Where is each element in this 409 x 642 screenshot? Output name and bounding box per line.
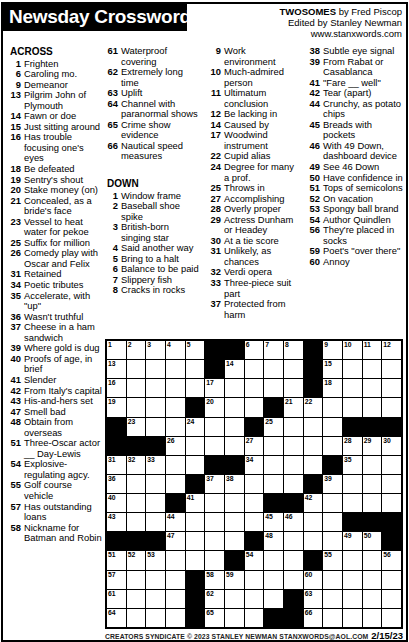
grid-cell-r13c1[interactable]: 57 (107, 571, 126, 589)
grid-cell-r12c2[interactable]: 52 (127, 551, 146, 569)
grid-cell-r9c8[interactable] (245, 494, 264, 512)
clue-text: Slippery fish (121, 274, 172, 285)
grid-cell-r5c7[interactable] (225, 418, 244, 436)
grid-cell-r3c12[interactable]: 18 (323, 379, 342, 397)
black-square-r12c7 (225, 551, 244, 569)
grid-cell-r1c9[interactable]: 7 (264, 341, 283, 359)
grid-cell-r7c4[interactable] (166, 456, 185, 474)
cell-number: 9 (324, 341, 328, 349)
grid-cell-r8c12[interactable]: 39 (323, 475, 342, 493)
grid-cell-r5c3[interactable] (146, 418, 165, 436)
grid-cell-r14c9[interactable] (264, 590, 283, 608)
clue-text: Unlikely, as chances (224, 245, 271, 267)
grid-cell-r13c13[interactable] (343, 571, 362, 589)
grid-cell-r6c14[interactable]: 29 (363, 437, 382, 455)
grid-cell-r11c14[interactable]: 50 (363, 532, 382, 550)
grid-cell-r8c13[interactable] (343, 475, 362, 493)
clue-down-3: 3British-born singing star (104, 222, 201, 243)
crossword-grid: 1234567891011121314151617181920212223242… (105, 339, 403, 629)
black-square-r1c7 (225, 341, 244, 359)
clue-number: 37 (207, 299, 221, 310)
clue-down-11: 11Ultimatum conclusion (207, 88, 297, 109)
grid-cell-r7c3[interactable]: 33 (146, 456, 165, 474)
clue-number: 2 (104, 201, 118, 212)
grid-cell-r14c3[interactable] (146, 590, 165, 608)
clue-text: Verdi opera (224, 266, 272, 277)
clue-text: Annoy (323, 256, 350, 267)
clue-number: 55 (7, 480, 21, 491)
grid-cell-r4c13[interactable] (343, 398, 362, 416)
clue-text: His-and-hers set (24, 395, 93, 406)
grid-cell-r13c6[interactable]: 58 (205, 571, 224, 589)
grid-cell-r4c6[interactable]: 20 (205, 398, 224, 416)
grid-cell-r14c4[interactable] (166, 590, 185, 608)
grid-cell-r5c2[interactable]: 23 (127, 418, 146, 436)
grid-cell-r7c13[interactable]: 35 (343, 456, 362, 474)
grid-cell-r1c14[interactable]: 11 (363, 341, 382, 359)
black-square-r6c2 (127, 437, 146, 455)
grid-cell-r2c3[interactable] (146, 360, 165, 378)
cell-number: 36 (108, 475, 116, 483)
grid-cell-r1c2[interactable]: 2 (127, 341, 146, 359)
grid-cell-r12c13[interactable] (343, 551, 362, 569)
clue-text: Slender (24, 374, 56, 385)
grid-cell-r8c15[interactable] (382, 475, 401, 493)
grid-cell-r9c7[interactable] (225, 494, 244, 512)
grid-cell-r9c3[interactable] (146, 494, 165, 512)
grid-cell-r9c14[interactable] (363, 494, 382, 512)
grid-cell-r9c13[interactable] (343, 494, 362, 512)
grid-cell-r11c9[interactable]: 48 (264, 532, 283, 550)
grid-cell-r3c13[interactable] (343, 379, 362, 397)
grid-cell-r9c1[interactable]: 40 (107, 494, 126, 512)
grid-cell-r6c10[interactable] (284, 437, 303, 455)
clue-down-33: 33Three-piece suit part (207, 278, 297, 299)
grid-cell-r15c14[interactable] (363, 609, 382, 627)
clue-number: 26 (7, 248, 21, 259)
grid-cell-r5c4[interactable] (166, 418, 185, 436)
black-square-r5c1 (107, 418, 126, 436)
grid-cell-r3c10[interactable] (284, 379, 303, 397)
grid-cell-r12c1[interactable]: 51 (107, 551, 126, 569)
grid-cell-r2c2[interactable] (127, 360, 146, 378)
grid-cell-r14c1[interactable]: 61 (107, 590, 126, 608)
grid-cell-r15c3[interactable] (146, 609, 165, 627)
clue-number: 41 (7, 375, 21, 386)
black-square-r12c11 (304, 551, 323, 569)
black-square-r15c5 (186, 609, 205, 627)
grid-cell-r15c13[interactable] (343, 609, 362, 627)
grid-cell-r3c9[interactable] (264, 379, 283, 397)
cell-number: 57 (108, 571, 116, 579)
grid-cell-r8c3[interactable] (146, 475, 165, 493)
grid-cell-r14c12[interactable] (323, 590, 342, 608)
grid-cell-r11c5[interactable] (186, 532, 205, 550)
clue-text: Where gold is dug (24, 342, 100, 353)
grid-cell-r1c4[interactable]: 4 (166, 341, 185, 359)
grid-cell-r2c1[interactable]: 13 (107, 360, 126, 378)
grid-cell-r9c5[interactable]: 41 (186, 494, 205, 512)
clue-text: They're placed in socks (323, 224, 394, 246)
grid-cell-r7c9[interactable] (264, 456, 283, 474)
clue-number: 51 (7, 438, 21, 449)
grid-cell-r10c2[interactable] (127, 513, 146, 531)
grid-cell-r3c3[interactable] (146, 379, 165, 397)
grid-cell-r8c6[interactable]: 37 (205, 475, 224, 493)
black-square-r15c9 (264, 609, 283, 627)
grid-cell-r7c5[interactable] (186, 456, 205, 474)
grid-cell-r2c14[interactable] (363, 360, 382, 378)
clue-text: With 49 Down, dashboard device (323, 140, 397, 162)
grid-cell-r3c7[interactable] (225, 379, 244, 397)
grid-cell-r8c10[interactable] (284, 475, 303, 493)
grid-cell-r13c14[interactable] (363, 571, 382, 589)
grid-cell-r7c11[interactable] (304, 456, 323, 474)
grid-cell-r9c11[interactable]: 42 (304, 494, 323, 512)
grid-cell-r4c2[interactable] (127, 398, 146, 416)
cell-number: 61 (108, 590, 116, 598)
grid-cell-r14c8[interactable] (245, 590, 264, 608)
grid-cell-r4c1[interactable]: 19 (107, 398, 126, 416)
grid-cell-r10c9[interactable]: 45 (264, 513, 283, 531)
black-square-r15c10 (284, 609, 303, 627)
grid-cell-r4c11[interactable]: 22 (304, 398, 323, 416)
grid-cell-r11c6[interactable] (205, 532, 224, 550)
newsday-crossword-page: Newsday Crossword TWOSOMES by Fred Pisco… (0, 0, 409, 642)
grid-cell-r11c7[interactable] (225, 532, 244, 550)
grid-cell-r11c4[interactable]: 47 (166, 532, 185, 550)
grid-cell-r8c1[interactable]: 36 (107, 475, 126, 493)
cell-number: 58 (206, 571, 214, 579)
grid-cell-r10c11[interactable] (304, 513, 323, 531)
clue-down-9: 9Work environment (207, 46, 297, 67)
clue-text: Wasn't truthful (24, 311, 83, 322)
grid-cell-r8c2[interactable] (127, 475, 146, 493)
grid-cell-r12c9[interactable] (264, 551, 283, 569)
grid-cell-r9c2[interactable] (127, 494, 146, 512)
grid-cell-r10c3[interactable] (146, 513, 165, 531)
clue-number: 34 (7, 280, 21, 291)
grid-cell-r10c7[interactable] (225, 513, 244, 531)
grid-cell-r4c14[interactable] (363, 398, 382, 416)
clue-across-35: 35Accelerate, with "up" (7, 291, 103, 312)
grid-cell-r15c12[interactable] (323, 609, 342, 627)
clue-across-40: 40Proofs of age, in brief (7, 354, 103, 375)
cell-number: 25 (265, 418, 273, 426)
grid-cell-r1c3[interactable]: 3 (146, 341, 165, 359)
grid-cell-r6c9[interactable] (264, 437, 283, 455)
grid-cell-r9c15[interactable] (382, 494, 401, 512)
clue-text: Breads with pockets (323, 119, 372, 141)
grid-cell-r10c8[interactable] (245, 513, 264, 531)
black-square-r2c11 (304, 360, 323, 378)
grid-cell-r1c8[interactable]: 6 (245, 341, 264, 359)
clue-number: 33 (207, 278, 221, 289)
grid-cell-r1c1[interactable]: 1 (107, 341, 126, 359)
cell-number: 40 (108, 494, 116, 502)
grid-cell-r4c10[interactable]: 21 (284, 398, 303, 416)
clue-across-65: 65Crime show evidence (104, 120, 201, 141)
grid-cell-r5c12[interactable] (323, 418, 342, 436)
grid-cell-r12c14[interactable] (363, 551, 382, 569)
grid-cell-r15c11[interactable]: 66 (304, 609, 323, 627)
grid-cell-r10c10[interactable]: 46 (284, 513, 303, 531)
grid-cell-r9c6[interactable] (205, 494, 224, 512)
grid-cell-r2c9[interactable] (264, 360, 283, 378)
grid-cell-r11c12[interactable] (323, 532, 342, 550)
grid-cell-r13c10[interactable] (284, 571, 303, 589)
grid-cell-r15c15[interactable] (382, 609, 401, 627)
grid-cell-r6c4[interactable]: 26 (166, 437, 185, 455)
grid-cell-r1c5[interactable]: 5 (186, 341, 205, 359)
grid-cell-r7c10[interactable] (284, 456, 303, 474)
byline-author: by Fred Piscop (336, 6, 402, 17)
grid-cell-r11c11[interactable] (304, 532, 323, 550)
grid-cell-r14c2[interactable] (127, 590, 146, 608)
clue-across-64: 64Channel with paranormal shows (104, 99, 201, 120)
black-square-r6c1 (107, 437, 126, 455)
black-square-r11c15 (382, 532, 401, 550)
grid-cell-r13c11[interactable]: 60 (304, 571, 323, 589)
grid-cell-r13c2[interactable] (127, 571, 146, 589)
cell-number: 22 (305, 398, 313, 406)
grid-cell-r12c5[interactable] (186, 551, 205, 569)
grid-cell-r6c8[interactable]: 27 (245, 437, 264, 455)
cell-number: 15 (324, 360, 332, 368)
black-square-r5c14 (363, 418, 382, 436)
black-square-r6c3 (146, 437, 165, 455)
grid-cell-r5c9[interactable]: 25 (264, 418, 283, 436)
grid-cell-r7c15[interactable] (382, 456, 401, 474)
grid-cell-r14c13[interactable] (343, 590, 362, 608)
clue-text: Ultimatum conclusion (224, 87, 268, 109)
clue-text: Retained (24, 268, 62, 279)
grid-cell-r3c4[interactable] (166, 379, 185, 397)
cell-number: 27 (246, 437, 254, 445)
grid-cell-r4c3[interactable] (146, 398, 165, 416)
grid-cell-r3c14[interactable] (363, 379, 382, 397)
black-square-r10c15 (382, 513, 401, 531)
clue-text: Pilgrim John of Plymouth (24, 89, 86, 111)
footer: CREATORS SYNDICATE © 2023 STANLEY NEWMAN… (105, 630, 403, 641)
cell-number: 46 (285, 513, 293, 521)
cell-number: 60 (305, 571, 313, 579)
grid-cell-r6c11[interactable] (304, 437, 323, 455)
grid-cell-r6c13[interactable]: 28 (343, 437, 362, 455)
grid-cell-r12c8[interactable]: 54 (245, 551, 264, 569)
grid-cell-r7c14[interactable] (363, 456, 382, 474)
grid-cell-r2c8[interactable] (245, 360, 264, 378)
editor-line: Edited by Stanley Newman (280, 18, 402, 29)
clue-text: Much-admired person (224, 66, 284, 88)
clue-text: Caroling mo. (24, 68, 77, 79)
cell-number: 55 (324, 551, 332, 559)
black-square-r3c11 (304, 379, 323, 397)
clue-down-31: 31Unlikely, as chances (207, 246, 297, 267)
grid-cell-r4c7[interactable] (225, 398, 244, 416)
grid-cell-r14c6[interactable]: 62 (205, 590, 224, 608)
grid-cell-r3c8[interactable] (245, 379, 264, 397)
grid-cell-r6c15[interactable]: 30 (382, 437, 401, 455)
grid-cell-r3c1[interactable]: 16 (107, 379, 126, 397)
grid-cell-r12c10[interactable] (284, 551, 303, 569)
grid-cell-r13c15[interactable] (382, 571, 401, 589)
grid-cell-r6c7[interactable] (225, 437, 244, 455)
grid-cell-r6c5[interactable] (186, 437, 205, 455)
grid-cell-r1c15[interactable]: 12 (382, 341, 401, 359)
grid-cell-r1c12[interactable]: 9 (323, 341, 342, 359)
clue-down-44: 44Crunchy, as potato chips (306, 99, 403, 120)
grid-cell-r15c7[interactable] (225, 609, 244, 627)
grid-cell-r15c1[interactable]: 64 (107, 609, 126, 627)
copyright-line: CREATORS SYNDICATE © 2023 STANLEY NEWMAN… (105, 633, 368, 640)
cell-number: 51 (108, 551, 116, 559)
grid-cell-r2c12[interactable]: 15 (323, 360, 342, 378)
clue-text: Accomplishing (224, 193, 284, 204)
black-square-r9c4 (166, 494, 185, 512)
cell-number: 63 (305, 590, 313, 598)
cell-number: 45 (265, 513, 273, 521)
clue-across-66: 66Nautical speed measures (104, 141, 201, 162)
grid-cell-r5c10[interactable] (284, 418, 303, 436)
clue-number: 16 (7, 132, 21, 143)
clue-number: 21 (7, 196, 21, 207)
grid-cell-r12c15[interactable]: 56 (382, 551, 401, 569)
cell-number: 28 (344, 437, 352, 445)
puzzle-name: TWOSOMES (280, 6, 336, 17)
grid-cell-r8c9[interactable] (264, 475, 283, 493)
cell-number: 35 (344, 456, 352, 464)
black-square-r2c6 (205, 360, 224, 378)
grid-cell-r1c10[interactable]: 8 (284, 341, 303, 359)
grid-cell-r12c4[interactable] (166, 551, 185, 569)
clue-text: Balance to be paid (121, 263, 199, 274)
cell-number: 49 (344, 532, 352, 540)
clue-number: 35 (7, 291, 21, 302)
grid-cell-r15c2[interactable] (127, 609, 146, 627)
clue-text: Tear (apart) (323, 87, 371, 98)
grid-cell-r5c11[interactable] (304, 418, 323, 436)
grid-cell-r12c6[interactable] (205, 551, 224, 569)
grid-cell-r7c8[interactable]: 34 (245, 456, 264, 474)
grid-cell-r10c12[interactable] (323, 513, 342, 531)
clue-text: Just sitting around (24, 121, 100, 132)
grid-cell-r10c4[interactable]: 44 (166, 513, 185, 531)
grid-cell-r11c13[interactable]: 49 (343, 532, 362, 550)
grid-cell-r14c11[interactable]: 63 (304, 590, 323, 608)
grid-cell-r4c8[interactable] (245, 398, 264, 416)
grid-cell-r13c12[interactable] (323, 571, 342, 589)
clue-across-54: 54Explosive-regulating agcy. (7, 459, 103, 480)
grid-cell-r13c7[interactable]: 59 (225, 571, 244, 589)
grid-cell-r14c15[interactable] (382, 590, 401, 608)
clue-text: Actress Dunham or Headey (224, 214, 293, 236)
clue-number: 9 (207, 46, 221, 57)
across-heading: ACROSS (10, 47, 103, 58)
grid-cell-r15c8[interactable] (245, 609, 264, 627)
grid-cell-r4c4[interactable] (166, 398, 185, 416)
grid-cell-r5c6[interactable] (205, 418, 224, 436)
clue-column-down-end: 38Subtle eye signal39From Rabat or Casab… (306, 46, 403, 267)
clue-text: Window frame (121, 190, 181, 201)
cell-number: 62 (206, 590, 214, 598)
cell-number: 42 (305, 494, 313, 502)
grid-cell-r15c6[interactable]: 65 (205, 609, 224, 627)
grid-cell-r10c6[interactable] (205, 513, 224, 531)
cell-number: 31 (108, 456, 116, 464)
grid-cell-r8c8[interactable] (245, 475, 264, 493)
grid-cell-r11c10[interactable] (284, 532, 303, 550)
grid-cell-r8c14[interactable] (363, 475, 382, 493)
grid-cell-r13c9[interactable] (264, 571, 283, 589)
grid-cell-r2c10[interactable] (284, 360, 303, 378)
grid-cell-r4c12[interactable] (323, 398, 342, 416)
grid-cell-r13c4[interactable] (166, 571, 185, 589)
clue-text: Bring to a halt (121, 253, 179, 264)
grid-cell-r6c12[interactable] (323, 437, 342, 455)
grid-cell-r2c13[interactable] (343, 360, 362, 378)
black-square-r11c1 (107, 532, 126, 550)
cell-number: 64 (108, 609, 116, 617)
grid-cell-r14c7[interactable] (225, 590, 244, 608)
clue-text: Sentry's shout (24, 174, 83, 185)
grid-cell-r3c6[interactable]: 17 (205, 379, 224, 397)
clue-text: Poetic tributes (24, 279, 83, 290)
grid-cell-r8c7[interactable]: 38 (225, 475, 244, 493)
grid-cell-r10c1[interactable]: 43 (107, 513, 126, 531)
grid-cell-r7c1[interactable]: 31 (107, 456, 126, 474)
grid-cell-r9c12[interactable] (323, 494, 342, 512)
clue-across-26: 26Comedy play with Oscar and Felix (7, 248, 103, 269)
grid-cell-r5c5[interactable]: 24 (186, 418, 205, 436)
grid-cell-r1c13[interactable]: 10 (343, 341, 362, 359)
clue-text: Have confidence in (323, 172, 403, 183)
cell-number: 41 (187, 494, 195, 502)
grid-cell-r12c12[interactable]: 55 (323, 551, 342, 569)
clue-text: Vessel to heat water for pekoe (24, 216, 89, 238)
grid-cell-r4c15[interactable] (382, 398, 401, 416)
cell-number: 56 (383, 551, 391, 559)
cell-number: 4 (167, 341, 171, 349)
clue-number: 46 (306, 141, 320, 152)
puzzle-date: 2/15/23 (371, 630, 403, 641)
grid-cell-r10c5[interactable] (186, 513, 205, 531)
grid-cell-r13c3[interactable] (146, 571, 165, 589)
clue-text: Explosive-regulating agcy. (24, 458, 90, 480)
clue-down-29: 29Actress Dunham or Headey (207, 215, 297, 236)
grid-cell-r3c15[interactable] (382, 379, 401, 397)
clue-column-across: ACROSS1Frighten6Caroling mo.9Demeanor13P… (7, 47, 103, 544)
grid-cell-r15c4[interactable] (166, 609, 185, 627)
grid-cell-r3c5[interactable] (186, 379, 205, 397)
grid-cell-r14c14[interactable] (363, 590, 382, 608)
grid-cell-r6c6[interactable] (205, 437, 224, 455)
grid-cell-r2c5[interactable] (186, 360, 205, 378)
grid-cell-r2c15[interactable] (382, 360, 401, 378)
grid-cell-r2c4[interactable] (166, 360, 185, 378)
grid-cell-r2c7[interactable]: 14 (225, 360, 244, 378)
grid-cell-r8c4[interactable] (166, 475, 185, 493)
grid-cell-r13c8[interactable] (245, 571, 264, 589)
website-link: www.stanxwords.com (280, 29, 402, 40)
clue-number: 61 (104, 46, 118, 57)
black-square-r5c13 (343, 418, 362, 436)
grid-cell-r12c3[interactable]: 53 (146, 551, 165, 569)
grid-cell-r3c2[interactable] (127, 379, 146, 397)
masthead: Newsday Crossword (3, 3, 187, 31)
cell-number: 34 (246, 456, 254, 464)
grid-cell-r7c2[interactable]: 32 (127, 456, 146, 474)
